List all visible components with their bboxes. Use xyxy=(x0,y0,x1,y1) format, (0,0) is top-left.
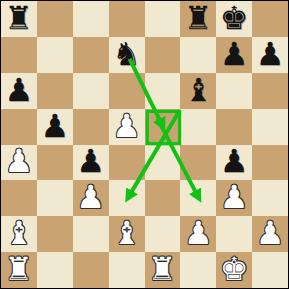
square-d2[interactable]: ♝ xyxy=(109,216,145,252)
white-pawn-g3[interactable]: ♟ xyxy=(220,181,249,213)
square-c5[interactable] xyxy=(73,109,109,145)
square-c1[interactable] xyxy=(73,252,109,288)
square-f5[interactable] xyxy=(180,109,216,145)
square-b6[interactable] xyxy=(37,73,73,109)
black-knight-d7[interactable]: ♞ xyxy=(112,38,141,70)
square-h4[interactable] xyxy=(252,145,288,181)
square-e8[interactable] xyxy=(145,1,181,37)
square-d3[interactable] xyxy=(109,180,145,216)
black-bishop-f6[interactable]: ♝ xyxy=(184,74,213,106)
square-b2[interactable] xyxy=(37,216,73,252)
square-a3[interactable] xyxy=(1,180,37,216)
black-pawn-h7[interactable]: ♟ xyxy=(256,38,285,70)
square-e6[interactable] xyxy=(145,73,181,109)
square-e7[interactable] xyxy=(145,37,181,73)
square-e1[interactable]: ♜ xyxy=(145,252,181,288)
square-e3[interactable] xyxy=(145,180,181,216)
square-f1[interactable] xyxy=(180,252,216,288)
square-h3[interactable] xyxy=(252,180,288,216)
square-f7[interactable] xyxy=(180,37,216,73)
square-d7[interactable]: ♞ xyxy=(109,37,145,73)
square-h2[interactable]: ♟ xyxy=(252,216,288,252)
square-e4[interactable] xyxy=(145,145,181,181)
square-a8[interactable]: ♜ xyxy=(1,1,37,37)
square-b8[interactable] xyxy=(37,1,73,37)
square-c8[interactable] xyxy=(73,1,109,37)
square-h6[interactable] xyxy=(252,73,288,109)
square-f3[interactable] xyxy=(180,180,216,216)
square-f6[interactable]: ♝ xyxy=(180,73,216,109)
square-g4[interactable]: ♟ xyxy=(216,145,252,181)
black-pawn-a6[interactable]: ♟ xyxy=(5,74,34,106)
square-e5[interactable] xyxy=(145,109,181,145)
square-b3[interactable] xyxy=(37,180,73,216)
square-d5[interactable]: ♟ xyxy=(109,109,145,145)
square-g6[interactable] xyxy=(216,73,252,109)
square-c6[interactable] xyxy=(73,73,109,109)
black-pawn-c4[interactable]: ♟ xyxy=(76,145,105,177)
board-squares: ♜♜♚♞♟♟♟♝♟♟♟♟♟♟♟♝♝♟♟♜♜♚ xyxy=(1,1,288,288)
black-king-g8[interactable]: ♚ xyxy=(220,2,249,34)
square-d4[interactable] xyxy=(109,145,145,181)
white-rook-a1[interactable]: ♜ xyxy=(5,253,34,285)
square-h5[interactable] xyxy=(252,109,288,145)
square-g1[interactable]: ♚ xyxy=(216,252,252,288)
white-rook-e1[interactable]: ♜ xyxy=(148,253,177,285)
square-f2[interactable]: ♟ xyxy=(180,216,216,252)
square-g5[interactable] xyxy=(216,109,252,145)
square-g7[interactable]: ♟ xyxy=(216,37,252,73)
square-c3[interactable]: ♟ xyxy=(73,180,109,216)
black-pawn-b5[interactable]: ♟ xyxy=(40,110,69,142)
square-b7[interactable] xyxy=(37,37,73,73)
white-pawn-d5[interactable]: ♟ xyxy=(112,110,141,142)
white-bishop-a2[interactable]: ♝ xyxy=(5,217,34,249)
square-a6[interactable]: ♟ xyxy=(1,73,37,109)
square-c7[interactable] xyxy=(73,37,109,73)
chess-board: ♜♜♚♞♟♟♟♝♟♟♟♟♟♟♟♝♝♟♟♜♜♚ xyxy=(0,0,289,289)
square-g2[interactable] xyxy=(216,216,252,252)
square-a5[interactable] xyxy=(1,109,37,145)
white-pawn-c3[interactable]: ♟ xyxy=(76,181,105,213)
black-rook-a8[interactable]: ♜ xyxy=(5,2,34,34)
square-d8[interactable] xyxy=(109,1,145,37)
square-a1[interactable]: ♜ xyxy=(1,252,37,288)
white-pawn-a4[interactable]: ♟ xyxy=(5,145,34,177)
square-g3[interactable]: ♟ xyxy=(216,180,252,216)
square-d6[interactable] xyxy=(109,73,145,109)
square-d1[interactable] xyxy=(109,252,145,288)
square-h1[interactable] xyxy=(252,252,288,288)
white-pawn-f2[interactable]: ♟ xyxy=(184,217,213,249)
black-rook-f8[interactable]: ♜ xyxy=(184,2,213,34)
square-b4[interactable] xyxy=(37,145,73,181)
white-bishop-d2[interactable]: ♝ xyxy=(112,217,141,249)
square-e2[interactable] xyxy=(145,216,181,252)
square-c2[interactable] xyxy=(73,216,109,252)
square-g8[interactable]: ♚ xyxy=(216,1,252,37)
square-h7[interactable]: ♟ xyxy=(252,37,288,73)
square-b1[interactable] xyxy=(37,252,73,288)
square-a4[interactable]: ♟ xyxy=(1,145,37,181)
square-f8[interactable]: ♜ xyxy=(180,1,216,37)
square-a7[interactable] xyxy=(1,37,37,73)
white-pawn-h2[interactable]: ♟ xyxy=(256,217,285,249)
square-c4[interactable]: ♟ xyxy=(73,145,109,181)
black-pawn-g7[interactable]: ♟ xyxy=(220,38,249,70)
square-f4[interactable] xyxy=(180,145,216,181)
square-b5[interactable]: ♟ xyxy=(37,109,73,145)
white-king-g1[interactable]: ♚ xyxy=(220,253,249,285)
square-a2[interactable]: ♝ xyxy=(1,216,37,252)
square-h8[interactable] xyxy=(252,1,288,37)
black-pawn-g4[interactable]: ♟ xyxy=(220,145,249,177)
